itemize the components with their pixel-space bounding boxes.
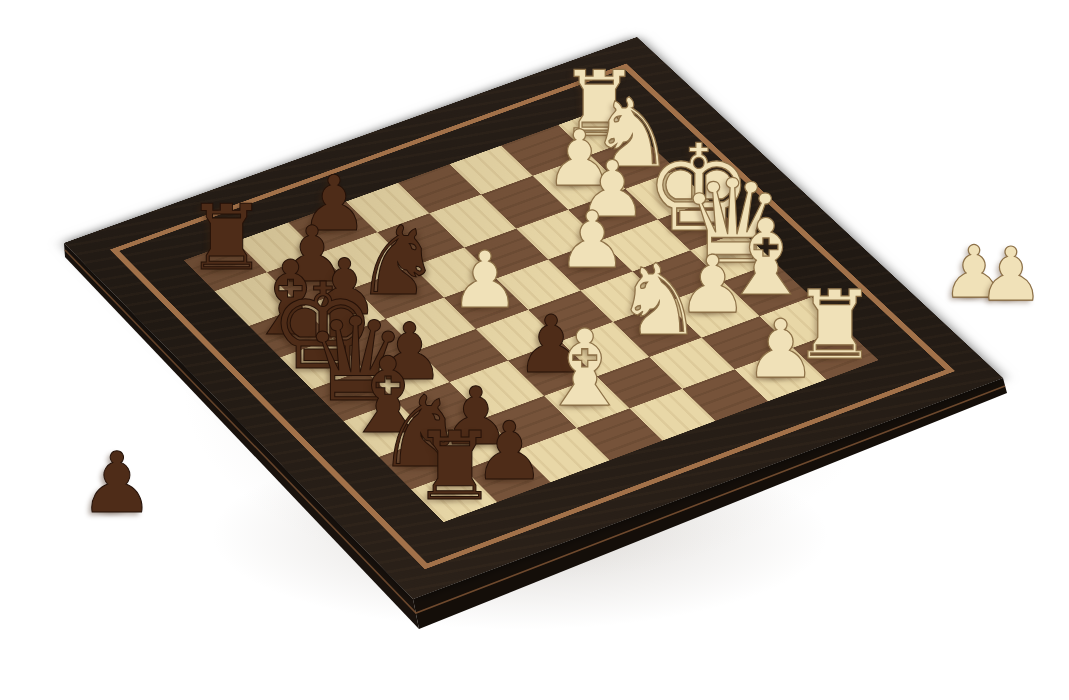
white-bishop-b5[interactable]: ♝ xyxy=(537,316,632,422)
white-pawn-captured[interactable]: ♟ xyxy=(978,237,1044,311)
pieces-layer: ♜♞♚♛♝♜♟♟♟♟♟♞♟♝♜♟♝♚♛♝♞♜♟♟♟♟♟♞♟♟♟♟ xyxy=(0,0,1069,700)
white-pawn-e5[interactable]: ♟ xyxy=(450,241,520,319)
chess-set-photo: ♜♞♚♛♝♜♟♟♟♟♟♞♟♝♜♟♝♚♛♝♞♜♟♟♟♟♟♞♟♟♟♟ xyxy=(0,0,1069,700)
black-rook-a8[interactable]: ♜ xyxy=(412,419,497,514)
white-pawn-a2[interactable]: ♟ xyxy=(745,309,817,390)
black-pawn-captured[interactable]: ♟ xyxy=(79,441,154,525)
